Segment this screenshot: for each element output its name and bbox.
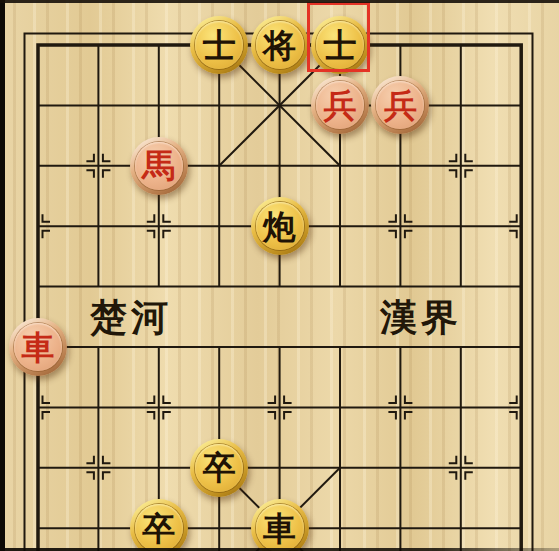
last-move-highlight	[307, 2, 370, 72]
piece-black-soldier-1[interactable]: 卒	[190, 439, 248, 497]
piece-glyph-red-soldier-2: 兵	[384, 89, 417, 122]
piece-glyph-black-advisor-left: 士	[203, 29, 236, 62]
piece-glyph-black-general: 将	[263, 29, 296, 62]
screen-edge-top	[0, 0, 559, 3]
piece-black-advisor-left[interactable]: 士	[190, 16, 248, 74]
river-label-right: 漢界	[380, 299, 462, 336]
xiangqi-board: 楚河 漢界 士将士兵兵馬炮車卒卒車	[0, 0, 559, 551]
piece-glyph-red-soldier-1: 兵	[324, 89, 357, 122]
piece-red-soldier-1[interactable]: 兵	[311, 76, 369, 134]
piece-glyph-black-chariot: 車	[263, 512, 296, 545]
piece-glyph-red-chariot: 車	[22, 331, 55, 364]
board-grid-lines	[0, 0, 559, 551]
piece-black-general[interactable]: 将	[251, 16, 309, 74]
piece-red-chariot[interactable]: 車	[9, 318, 67, 376]
piece-red-soldier-2[interactable]: 兵	[371, 76, 429, 134]
piece-glyph-red-horse: 馬	[142, 149, 175, 182]
piece-glyph-black-cannon: 炮	[263, 210, 296, 243]
piece-glyph-black-soldier-2: 卒	[142, 512, 175, 545]
piece-black-soldier-2[interactable]: 卒	[130, 499, 188, 551]
screen-edge-left	[0, 0, 5, 551]
piece-black-cannon[interactable]: 炮	[251, 197, 309, 255]
piece-red-horse[interactable]: 馬	[130, 137, 188, 195]
river-label-left: 楚河	[90, 299, 172, 336]
piece-glyph-black-soldier-1: 卒	[203, 451, 236, 484]
piece-black-chariot[interactable]: 車	[251, 499, 309, 551]
